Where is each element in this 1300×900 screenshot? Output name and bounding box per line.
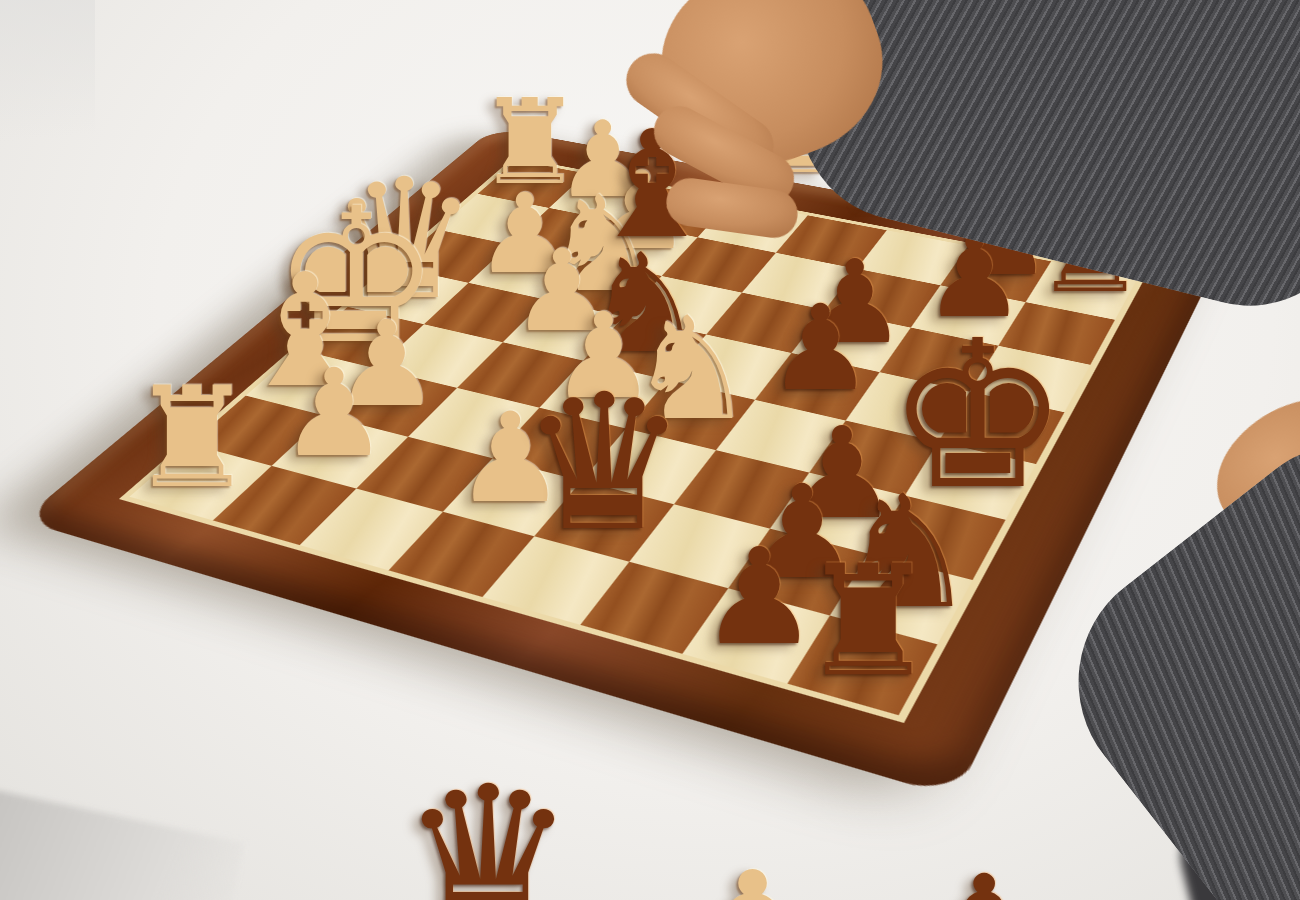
- piece-white-rook-h1[interactable]: ♜: [130, 369, 255, 508]
- piece-black-queen-g5[interactable]: ♛: [519, 368, 688, 556]
- piece-white-bishop-white-bishop-captured[interactable]: ♝: [673, 834, 833, 900]
- piece-white-pawn-g2[interactable]: ♟: [280, 353, 388, 474]
- piece-black-rook-h8[interactable]: ♜: [799, 544, 936, 697]
- piece-black-pawn-d6[interactable]: ♟: [767, 289, 873, 407]
- wall-corner-shading: [0, 0, 95, 150]
- piece-black-pawn-black-pawn-captured[interactable]: ♟: [923, 846, 1045, 900]
- scene: ♜♟♟♟♞♛♟♚♟♞♝♟♟♟♜♟♜♟♟♞♟♚♟♛♟♞♟♜♝ ♛♝♟♛♝: [0, 0, 1300, 900]
- piece-black-queen-black-queen-spare[interactable]: ♛: [400, 744, 576, 900]
- table-edge-shadow: [0, 785, 245, 900]
